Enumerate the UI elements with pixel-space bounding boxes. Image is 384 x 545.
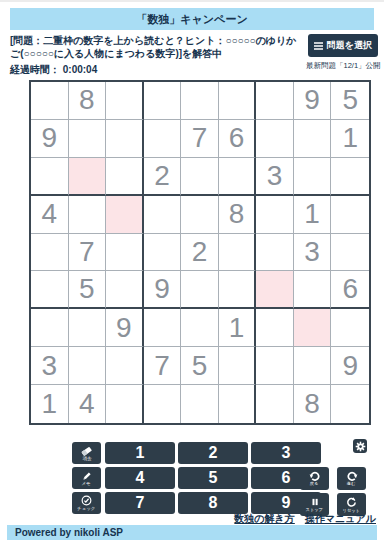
latest-problem-note: 最新問題「12/1」公開: [306, 61, 378, 71]
cell-r9c6[interactable]: [219, 385, 257, 423]
redo-icon: [346, 471, 358, 481]
undo-icon: [309, 471, 321, 481]
cell-r4c5[interactable]: [181, 196, 219, 234]
stop-label: ストップ: [306, 507, 323, 511]
sudoku-board: 895976123481723596913759148: [29, 80, 371, 425]
cell-r5c2[interactable]: 7: [69, 234, 107, 272]
cell-r8c1[interactable]: 3: [31, 347, 69, 385]
doc-links: 数独の解き方 操作マニュアル: [234, 512, 376, 526]
cell-r7c1[interactable]: [31, 309, 69, 347]
cell-r6c4[interactable]: 9: [144, 271, 182, 309]
cell-r2c6[interactable]: 6: [219, 120, 257, 158]
erase-label: 消去: [82, 456, 91, 461]
cell-r3c9[interactable]: [331, 158, 369, 196]
cell-r1c4[interactable]: [144, 82, 182, 120]
num-button-2[interactable]: 2: [178, 442, 248, 464]
memo-button[interactable]: メモ: [72, 467, 101, 489]
cell-r4c3[interactable]: [106, 196, 144, 234]
memo-label: メモ: [82, 481, 91, 486]
check-button[interactable]: チェック: [72, 492, 101, 514]
cell-r7c6[interactable]: 1: [219, 309, 257, 347]
cell-r6c3[interactable]: [106, 271, 144, 309]
cell-r5c9[interactable]: [331, 234, 369, 272]
problem-column: [問題：二重枠の数字を上から読むと？ヒント：○○○○○のゆりかご(○○○○○に入…: [10, 34, 306, 77]
num-button-1[interactable]: 1: [105, 442, 175, 464]
cell-r7c3[interactable]: 9: [106, 309, 144, 347]
cell-r8c6[interactable]: [219, 347, 257, 385]
redo-label: 進む: [347, 481, 356, 485]
num-button-4[interactable]: 4: [105, 467, 175, 489]
cell-r2c8[interactable]: [294, 120, 332, 158]
check-label: チェック: [77, 506, 95, 511]
pencil-icon: [82, 471, 92, 481]
select-column: 問題を選択 最新問題「12/1」公開: [306, 34, 378, 77]
undo-label: 戻る: [310, 481, 319, 485]
cell-r9c8[interactable]: 8: [294, 385, 332, 423]
reset-icon: [346, 497, 357, 508]
cell-r5c4[interactable]: [144, 234, 182, 272]
howto-link[interactable]: 数独の解き方: [234, 512, 294, 526]
cell-r7c8[interactable]: [294, 309, 332, 347]
cell-r2c3[interactable]: [106, 120, 144, 158]
cell-r3c2[interactable]: [69, 158, 107, 196]
redo-button[interactable]: 進む: [337, 467, 366, 490]
cell-r7c2[interactable]: [69, 309, 107, 347]
problem-statement: [問題：二重枠の数字を上から読むと？ヒント：○○○○○のゆりかご(○○○○○に入…: [10, 34, 306, 60]
cell-r9c5[interactable]: [181, 385, 219, 423]
cell-r2c7[interactable]: [256, 120, 294, 158]
cell-r7c5[interactable]: [181, 309, 219, 347]
cell-r3c3[interactable]: [106, 158, 144, 196]
cell-r8c3[interactable]: [106, 347, 144, 385]
cell-r4c7[interactable]: [256, 196, 294, 234]
cell-r9c4[interactable]: [144, 385, 182, 423]
cell-r6c6[interactable]: [219, 271, 257, 309]
info-row: [問題：二重枠の数字を上から読むと？ヒント：○○○○○のゆりかご(○○○○○に入…: [10, 34, 378, 77]
cell-r2c5[interactable]: 7: [181, 120, 219, 158]
pause-icon: [310, 497, 320, 507]
control-pad: 戻る 進む ストップ リセット: [300, 467, 366, 516]
cell-r4c1[interactable]: 4: [31, 196, 69, 234]
cell-r6c7[interactable]: [256, 271, 294, 309]
hamburger-icon: [314, 42, 323, 50]
num-button-5[interactable]: 5: [178, 467, 248, 489]
tool-column: 消去 メモ チェック: [72, 442, 101, 514]
cell-r3c8[interactable]: [294, 158, 332, 196]
cell-r5c5[interactable]: 2: [181, 234, 219, 272]
cell-r8c9[interactable]: 9: [331, 347, 369, 385]
cell-r5c3[interactable]: [106, 234, 144, 272]
cell-r8c2[interactable]: [69, 347, 107, 385]
powered-by: Powered by nikoli ASP: [7, 525, 377, 540]
cell-r1c6[interactable]: [219, 82, 257, 120]
cell-r9c9[interactable]: [331, 385, 369, 423]
cell-r8c7[interactable]: [256, 347, 294, 385]
cell-r6c2[interactable]: 5: [69, 271, 107, 309]
page-title: 「数独」キャンペーン: [10, 8, 374, 30]
cell-r4c2[interactable]: [69, 196, 107, 234]
check-icon: [81, 495, 92, 506]
cell-r2c9[interactable]: 1: [331, 120, 369, 158]
select-problem-button[interactable]: 問題を選択: [308, 34, 378, 57]
cell-r9c3[interactable]: [106, 385, 144, 423]
cell-r3c7[interactable]: 3: [256, 158, 294, 196]
cell-r5c6[interactable]: [219, 234, 257, 272]
eraser-icon: [81, 446, 92, 456]
cell-r1c1[interactable]: [31, 82, 69, 120]
cell-r2c4[interactable]: [144, 120, 182, 158]
erase-button[interactable]: 消去: [72, 442, 101, 464]
cell-r7c4[interactable]: [144, 309, 182, 347]
cell-r5c8[interactable]: 3: [294, 234, 332, 272]
cell-r5c7[interactable]: [256, 234, 294, 272]
manual-link[interactable]: 操作マニュアル: [305, 512, 376, 526]
cell-r9c2[interactable]: 4: [69, 385, 107, 423]
elapsed-time: 経過時間： 0:00:04: [10, 63, 306, 77]
cell-r3c5[interactable]: [181, 158, 219, 196]
cell-r7c9[interactable]: [331, 309, 369, 347]
cell-r9c7[interactable]: [256, 385, 294, 423]
cell-r1c9[interactable]: 5: [331, 82, 369, 120]
cell-r7c7[interactable]: [256, 309, 294, 347]
undo-button[interactable]: 戻る: [300, 467, 329, 490]
cell-r1c8[interactable]: 9: [294, 82, 332, 120]
cell-r6c9[interactable]: 6: [331, 271, 369, 309]
cell-r3c1[interactable]: [31, 158, 69, 196]
cell-r2c2[interactable]: [69, 120, 107, 158]
cell-r3c6[interactable]: [219, 158, 257, 196]
cell-r8c5[interactable]: 5: [181, 347, 219, 385]
cell-r5c1[interactable]: [31, 234, 69, 272]
cell-r4c6[interactable]: 8: [219, 196, 257, 234]
cell-r2c1[interactable]: 9: [31, 120, 69, 158]
cell-r9c1[interactable]: 1: [31, 385, 69, 423]
num-button-3[interactable]: 3: [251, 442, 321, 464]
cell-r1c2[interactable]: 8: [69, 82, 107, 120]
cell-r1c7[interactable]: [256, 82, 294, 120]
cell-r6c1[interactable]: [31, 271, 69, 309]
cell-r6c8[interactable]: [294, 271, 332, 309]
cell-r3c4[interactable]: 2: [144, 158, 182, 196]
number-pad: 1 2 3 4 5 6 7 8 9: [105, 442, 321, 514]
num-button-7[interactable]: 7: [105, 492, 175, 514]
cell-r1c3[interactable]: [106, 82, 144, 120]
cell-r6c5[interactable]: [181, 271, 219, 309]
keypad: 消去 メモ チェック 1 2 3 4 5 6 7 8 9 戻る: [72, 442, 372, 517]
cell-r4c9[interactable]: [331, 196, 369, 234]
cell-r1c5[interactable]: [181, 82, 219, 120]
num-button-8[interactable]: 8: [178, 492, 248, 514]
cell-r8c4[interactable]: 7: [144, 347, 182, 385]
cell-r4c8[interactable]: 1: [294, 196, 332, 234]
select-problem-label: 問題を選択: [327, 39, 372, 52]
gear-icon: [355, 441, 366, 452]
cell-r4c4[interactable]: [144, 196, 182, 234]
settings-button[interactable]: [353, 439, 367, 453]
cell-r8c8[interactable]: [294, 347, 332, 385]
